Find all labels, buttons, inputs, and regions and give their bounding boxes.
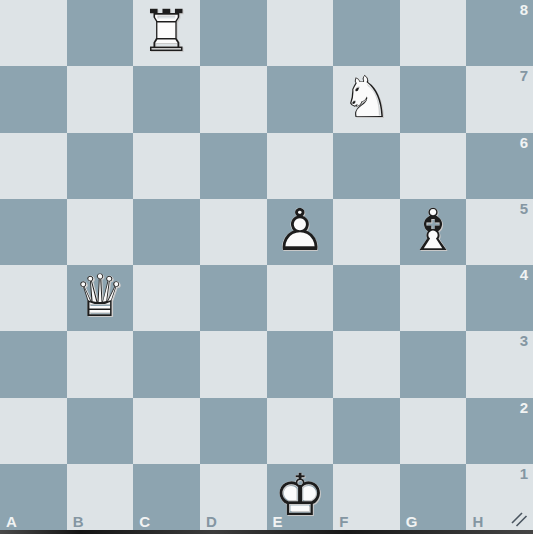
square-g2[interactable] [400, 398, 467, 464]
file-label-b: B [73, 513, 84, 530]
square-d4[interactable] [200, 265, 267, 331]
square-f8[interactable] [333, 0, 400, 66]
white-bishop-outline: ♗ [407, 201, 459, 259]
rank-label-3: 3 [520, 332, 528, 349]
window-bottom-shadow [0, 530, 533, 534]
white-rook-outline: ♖ [141, 2, 193, 60]
square-g7[interactable] [400, 66, 467, 132]
square-c4[interactable] [133, 265, 200, 331]
square-c8[interactable]: ♜♖ [133, 0, 200, 66]
square-c6[interactable] [133, 133, 200, 199]
square-a3[interactable] [0, 331, 67, 397]
square-d6[interactable] [200, 133, 267, 199]
square-f1[interactable]: F [333, 464, 400, 530]
square-h5[interactable]: 5 [466, 199, 533, 265]
square-b5[interactable] [67, 199, 134, 265]
square-b2[interactable] [67, 398, 134, 464]
square-g4[interactable] [400, 265, 467, 331]
white-pawn[interactable]: ♟♙ [267, 199, 334, 265]
square-c7[interactable] [133, 66, 200, 132]
square-b4[interactable]: ♛♕ [67, 265, 134, 331]
square-b1[interactable]: B [67, 464, 134, 530]
square-g6[interactable] [400, 133, 467, 199]
rank-label-7: 7 [520, 67, 528, 84]
square-h8[interactable]: 8 [466, 0, 533, 66]
square-c3[interactable] [133, 331, 200, 397]
square-f5[interactable] [333, 199, 400, 265]
chess-board: ♜♖8♞♘76♟♙♝♗5♛♕432ABCD♚♔EFG1H [0, 0, 533, 530]
square-e5[interactable]: ♟♙ [267, 199, 334, 265]
square-e8[interactable] [267, 0, 334, 66]
square-e3[interactable] [267, 331, 334, 397]
square-h3[interactable]: 3 [466, 331, 533, 397]
square-g5[interactable]: ♝♗ [400, 199, 467, 265]
square-a1[interactable]: A [0, 464, 67, 530]
rank-label-5: 5 [520, 200, 528, 217]
square-c5[interactable] [133, 199, 200, 265]
square-f3[interactable] [333, 331, 400, 397]
white-knight[interactable]: ♞♘ [333, 66, 400, 132]
square-h4[interactable]: 4 [466, 265, 533, 331]
square-g8[interactable] [400, 0, 467, 66]
resize-handle-icon[interactable] [510, 510, 528, 528]
square-g1[interactable]: G [400, 464, 467, 530]
square-a7[interactable] [0, 66, 67, 132]
square-d1[interactable]: D [200, 464, 267, 530]
file-label-h: H [472, 513, 483, 530]
square-f4[interactable] [333, 265, 400, 331]
square-e1[interactable]: ♚♔E [267, 464, 334, 530]
square-b6[interactable] [67, 133, 134, 199]
square-g3[interactable] [400, 331, 467, 397]
square-f2[interactable] [333, 398, 400, 464]
white-queen[interactable]: ♛♕ [67, 265, 134, 331]
white-queen-outline: ♕ [74, 267, 126, 325]
square-a5[interactable] [0, 199, 67, 265]
file-label-f: F [339, 513, 348, 530]
square-b8[interactable] [67, 0, 134, 66]
white-knight-outline: ♘ [340, 68, 392, 126]
square-f6[interactable] [333, 133, 400, 199]
rank-label-8: 8 [520, 1, 528, 18]
rank-label-6: 6 [520, 134, 528, 151]
white-bishop[interactable]: ♝♗ [400, 199, 467, 265]
square-a6[interactable] [0, 133, 67, 199]
square-h2[interactable]: 2 [466, 398, 533, 464]
square-d3[interactable] [200, 331, 267, 397]
file-label-d: D [206, 513, 217, 530]
square-d5[interactable] [200, 199, 267, 265]
white-pawn-outline: ♙ [274, 201, 326, 259]
square-b3[interactable] [67, 331, 134, 397]
square-h7[interactable]: 7 [466, 66, 533, 132]
square-e7[interactable] [267, 66, 334, 132]
chess-board-window: ♜♖8♞♘76♟♙♝♗5♛♕432ABCD♚♔EFG1H [0, 0, 533, 534]
square-a4[interactable] [0, 265, 67, 331]
square-d8[interactable] [200, 0, 267, 66]
square-e2[interactable] [267, 398, 334, 464]
square-a2[interactable] [0, 398, 67, 464]
square-e4[interactable] [267, 265, 334, 331]
file-label-c: C [139, 513, 150, 530]
square-f7[interactable]: ♞♘ [333, 66, 400, 132]
square-c2[interactable] [133, 398, 200, 464]
file-label-e: E [273, 513, 283, 530]
file-label-a: A [6, 513, 17, 530]
square-d2[interactable] [200, 398, 267, 464]
file-label-g: G [406, 513, 418, 530]
white-rook[interactable]: ♜♖ [133, 0, 200, 66]
rank-label-1: 1 [520, 465, 528, 482]
square-e6[interactable] [267, 133, 334, 199]
square-c1[interactable]: C [133, 464, 200, 530]
square-d7[interactable] [200, 66, 267, 132]
square-b7[interactable] [67, 66, 134, 132]
rank-label-2: 2 [520, 399, 528, 416]
rank-label-4: 4 [520, 266, 528, 283]
square-a8[interactable] [0, 0, 67, 66]
square-h6[interactable]: 6 [466, 133, 533, 199]
